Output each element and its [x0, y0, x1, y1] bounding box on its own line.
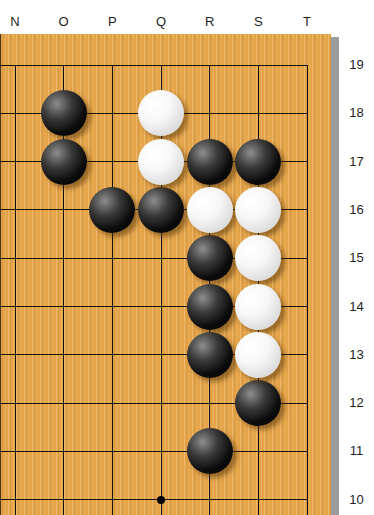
row-label-19: 19 [339, 57, 374, 73]
intersection-S16[interactable] [234, 186, 283, 234]
intersection-S15[interactable] [234, 234, 283, 282]
white-stone [235, 284, 281, 330]
board-shadow [331, 37, 339, 515]
intersection-Q16[interactable] [137, 186, 186, 234]
intersection-R15[interactable] [185, 234, 234, 282]
intersection-Q10[interactable] [137, 476, 186, 515]
column-label-Q: Q [148, 15, 174, 29]
column-label-N: N [2, 15, 28, 29]
row-label-15: 15 [339, 250, 374, 266]
go-board-viewport: NOPQRST 19181716151413121110 [0, 0, 374, 515]
white-stone [138, 90, 184, 136]
intersection-Q18[interactable] [137, 89, 186, 137]
row-label-13: 13 [339, 347, 374, 363]
column-label-R: R [197, 15, 223, 29]
white-stone [138, 139, 184, 185]
row-label-11: 11 [339, 443, 374, 459]
black-stone [187, 284, 233, 330]
intersection-R17[interactable] [185, 137, 234, 185]
black-stone [138, 187, 184, 233]
white-stone [235, 332, 281, 378]
intersection-R13[interactable] [185, 331, 234, 379]
black-stone [89, 187, 135, 233]
intersection-S12[interactable] [234, 379, 283, 427]
black-stone [187, 139, 233, 185]
black-stone [41, 90, 87, 136]
intersection-S14[interactable] [234, 282, 283, 330]
black-stone [235, 139, 281, 185]
intersection-R16[interactable] [185, 186, 234, 234]
white-stone [235, 235, 281, 281]
column-label-S: S [245, 15, 271, 29]
intersection-Q17[interactable] [137, 137, 186, 185]
row-label-12: 12 [339, 395, 374, 411]
black-stone [235, 380, 281, 426]
column-label-T: T [294, 15, 320, 29]
black-stone [41, 139, 87, 185]
row-label-18: 18 [339, 105, 374, 121]
intersection-S13[interactable] [234, 331, 283, 379]
intersection-S17[interactable] [234, 137, 283, 185]
intersection-P16[interactable] [88, 186, 137, 234]
intersection-O18[interactable] [39, 89, 88, 137]
black-stone [187, 332, 233, 378]
black-stone [187, 235, 233, 281]
intersection-R14[interactable] [185, 282, 234, 330]
white-stone [235, 187, 281, 233]
row-label-17: 17 [339, 154, 374, 170]
stones-grid[interactable] [0, 41, 331, 515]
column-label-P: P [99, 15, 125, 29]
row-label-16: 16 [339, 202, 374, 218]
intersection-R11[interactable] [185, 427, 234, 475]
black-stone [187, 428, 233, 474]
white-stone [187, 187, 233, 233]
intersection-O17[interactable] [39, 137, 88, 185]
row-label-10: 10 [339, 492, 374, 508]
column-label-O: O [51, 15, 77, 29]
row-label-14: 14 [339, 299, 374, 315]
star-point [157, 496, 165, 504]
